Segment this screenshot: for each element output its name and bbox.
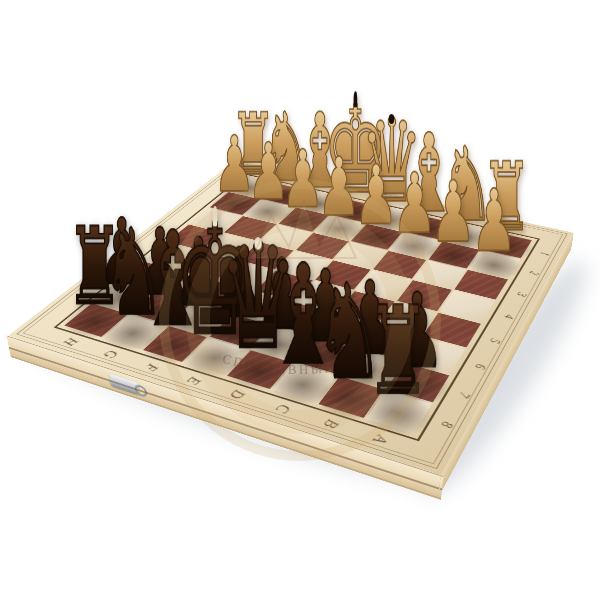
product-photo: ♜♞♝♚♛♝♞♜♟♟♟♟♟♟♟♟♟♟♟♟♟♟♟♟♜♞♝♚♛♝♞♜ HGFEDCB… [0,0,600,600]
rank-label-4: 4 [500,312,518,321]
file-label-d: D [226,387,250,401]
piece-glyph: ♜ [366,291,431,412]
file-label-f: F [141,361,161,373]
file-label-e: E [183,374,205,387]
metal-latch-icon [110,374,140,395]
rank-label-1: 1 [537,250,554,257]
rank-label-8: 8 [436,419,457,431]
folding-chess-box: ♜♞♝♚♛♝♞♜♟♟♟♟♟♟♟♟♟♟♟♟♟♟♟♟♜♞♝♚♛♝♞♜ HGFEDCB… [8,160,573,475]
rank-label-6: 6 [470,362,490,372]
file-label-c: C [272,401,296,415]
rank-label-5: 5 [485,336,504,346]
file-label-g: G [100,348,122,361]
piece-glyph: ♟ [471,178,517,264]
piece-glyph: ♟ [431,170,477,255]
scene: ♜♞♝♚♛♝♞♜♟♟♟♟♟♟♟♟♟♟♟♟♟♟♟♟♜♞♝♚♛♝♞♜ HGFEDCB… [0,0,600,600]
file-label-a: A [367,431,392,447]
rank-label-3: 3 [513,290,531,298]
file-label-b: B [319,416,343,431]
rank-label-7: 7 [454,389,474,400]
rank-label-2: 2 [525,269,542,277]
file-label-h: H [60,336,82,348]
